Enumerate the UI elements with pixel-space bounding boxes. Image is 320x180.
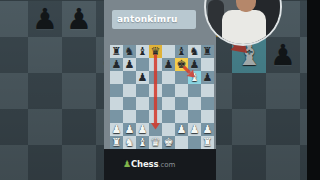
black-b-f8: ♝ — [175, 45, 188, 58]
backdrop-black-p: ♟ — [266, 37, 300, 73]
square-f3[interactable] — [175, 110, 188, 123]
white-r-a1: ♜ — [110, 136, 123, 149]
square-f8[interactable]: ♝ — [175, 45, 188, 58]
backdrop-square — [232, 145, 266, 180]
square-a4[interactable] — [110, 97, 123, 110]
brand-text: Chess — [131, 159, 158, 169]
white-b-g6: ♝ — [188, 71, 201, 84]
brand-tld: .com — [158, 161, 175, 169]
square-g6[interactable]: ♝ — [188, 71, 201, 84]
backdrop-square — [266, 73, 300, 109]
square-a3[interactable] — [110, 110, 123, 123]
white-k-e1: ♚ — [162, 136, 175, 149]
white-p-c2: ♟ — [136, 123, 149, 136]
square-g1[interactable] — [188, 136, 201, 149]
pawn-logo-icon: ♟ — [123, 159, 131, 169]
square-e8[interactable] — [162, 45, 175, 58]
black-p-b7: ♟ — [123, 58, 136, 71]
username-text: antonkimru — [117, 14, 178, 24]
black-p-e7: ♟ — [162, 58, 175, 71]
square-d5[interactable] — [149, 84, 162, 97]
square-e3[interactable] — [162, 110, 175, 123]
white-p-b2: ♟ — [123, 123, 136, 136]
square-c4[interactable] — [136, 97, 149, 110]
backdrop-square — [0, 145, 28, 180]
square-h1[interactable]: ♜ — [201, 136, 214, 149]
square-h7[interactable] — [201, 58, 214, 71]
square-b4[interactable] — [123, 97, 136, 110]
backdrop-square — [28, 145, 62, 180]
square-e6[interactable] — [162, 71, 175, 84]
content-column: antonkimru ♜♞♝♛♝♞♜♟♟♟♚♟♟♝♟♟♟♟♟♟♟♜♞♝♛♚♜ ♟… — [104, 0, 216, 180]
square-c5[interactable] — [136, 84, 149, 97]
square-g5[interactable] — [188, 84, 201, 97]
square-e2[interactable] — [162, 123, 175, 136]
square-h2[interactable]: ♟ — [201, 123, 214, 136]
square-h5[interactable] — [201, 84, 214, 97]
square-h4[interactable] — [201, 97, 214, 110]
square-b7[interactable]: ♟ — [123, 58, 136, 71]
black-k-f7: ♚ — [175, 58, 188, 71]
backdrop-black-p: ♟ — [28, 1, 62, 37]
square-f7[interactable]: ♚ — [175, 58, 188, 71]
square-b8[interactable]: ♞ — [123, 45, 136, 58]
white-p-f2: ♟ — [175, 123, 188, 136]
person-shirt — [222, 10, 266, 46]
black-p-c6: ♟ — [136, 71, 149, 84]
square-e5[interactable] — [162, 84, 175, 97]
backdrop-square — [62, 73, 96, 109]
backdrop-square — [0, 109, 28, 145]
square-d4[interactable] — [149, 97, 162, 110]
backdrop-square — [28, 109, 62, 145]
backdrop-square — [0, 73, 28, 109]
square-d2[interactable] — [149, 123, 162, 136]
backdrop-square — [300, 145, 307, 180]
square-a6[interactable] — [110, 71, 123, 84]
white-n-b1: ♞ — [123, 136, 136, 149]
chesscom-logo: ♟Chess.com — [123, 152, 175, 171]
square-c7[interactable] — [136, 58, 149, 71]
black-p-g7: ♟ — [188, 58, 201, 71]
square-b2[interactable]: ♟ — [123, 123, 136, 136]
white-b-c1: ♝ — [136, 136, 149, 149]
square-g7[interactable]: ♟ — [188, 58, 201, 71]
square-a1[interactable]: ♜ — [110, 136, 123, 149]
square-f6[interactable] — [175, 71, 188, 84]
square-g2[interactable]: ♟ — [188, 123, 201, 136]
square-c8[interactable]: ♝ — [136, 45, 149, 58]
backdrop-square: ♟ — [62, 1, 96, 37]
square-g3[interactable] — [188, 110, 201, 123]
square-d3[interactable] — [149, 110, 162, 123]
square-e1[interactable]: ♚ — [162, 136, 175, 149]
backdrop-square — [62, 145, 96, 180]
backdrop-square: ♟ — [266, 37, 300, 73]
white-q-d1: ♛ — [149, 136, 162, 149]
black-r-a8: ♜ — [110, 45, 123, 58]
square-h8[interactable]: ♜ — [201, 45, 214, 58]
black-r-h8: ♜ — [201, 45, 214, 58]
square-c2[interactable]: ♟ — [136, 123, 149, 136]
white-p-g2: ♟ — [188, 123, 201, 136]
square-c1[interactable]: ♝ — [136, 136, 149, 149]
backdrop-square — [300, 73, 307, 109]
black-n-b8: ♞ — [123, 45, 136, 58]
square-a5[interactable] — [110, 84, 123, 97]
backdrop-square — [300, 1, 307, 37]
square-a2[interactable]: ♟ — [110, 123, 123, 136]
backdrop-square — [62, 109, 96, 145]
black-p-h6: ♟ — [201, 71, 214, 84]
backdrop-square — [232, 109, 266, 145]
square-b1[interactable]: ♞ — [123, 136, 136, 149]
black-b-c8: ♝ — [136, 45, 149, 58]
square-b5[interactable] — [123, 84, 136, 97]
square-a7[interactable]: ♟ — [110, 58, 123, 71]
square-f5[interactable] — [175, 84, 188, 97]
username-label: antonkimru — [112, 10, 196, 29]
square-c6[interactable]: ♟ — [136, 71, 149, 84]
square-g4[interactable] — [188, 97, 201, 110]
backdrop-square — [62, 37, 96, 73]
square-h3[interactable] — [201, 110, 214, 123]
square-a8[interactable]: ♜ — [110, 45, 123, 58]
square-e7[interactable]: ♟ — [162, 58, 175, 71]
backdrop-square — [232, 73, 266, 109]
square-f1[interactable] — [175, 136, 188, 149]
backdrop-square — [300, 109, 307, 145]
square-b3[interactable] — [123, 110, 136, 123]
square-c3[interactable] — [136, 110, 149, 123]
square-f4[interactable] — [175, 97, 188, 110]
backdrop-square — [0, 1, 28, 37]
backdrop-square — [28, 73, 62, 109]
white-p-h2: ♟ — [201, 123, 214, 136]
square-g8[interactable]: ♞ — [188, 45, 201, 58]
backdrop-square — [266, 109, 300, 145]
white-p-a2: ♟ — [110, 123, 123, 136]
square-f2[interactable]: ♟ — [175, 123, 188, 136]
backdrop-square — [300, 37, 307, 73]
backdrop-black-p: ♟ — [62, 1, 96, 37]
backdrop-square — [0, 37, 28, 73]
square-d7[interactable] — [149, 58, 162, 71]
letterbox-bar — [307, 0, 320, 180]
black-p-a7: ♟ — [110, 58, 123, 71]
backdrop-square — [266, 145, 300, 180]
square-h6[interactable]: ♟ — [201, 71, 214, 84]
square-e4[interactable] — [162, 97, 175, 110]
square-d1[interactable]: ♛ — [149, 136, 162, 149]
backdrop-square: ♟ — [28, 1, 62, 37]
black-n-g8: ♞ — [188, 45, 201, 58]
white-r-h1: ♜ — [201, 136, 214, 149]
square-d6[interactable] — [149, 71, 162, 84]
chess-board: ♜♞♝♛♝♞♜♟♟♟♚♟♟♝♟♟♟♟♟♟♟♜♞♝♛♚♜ — [110, 45, 214, 149]
black-q-d8: ♛ — [149, 45, 162, 58]
backdrop-square — [28, 37, 62, 73]
square-b6[interactable] — [123, 71, 136, 84]
square-d8[interactable]: ♛ — [149, 45, 162, 58]
bottom-strip: ♟Chess.com — [104, 149, 216, 180]
video-frame: ♟♝♟♟♚♟♟♟ antonkimru ♜♞♝♛♝♞♜♟♟♟♚♟♟♝♟♟♟♟♟♟… — [0, 0, 320, 180]
